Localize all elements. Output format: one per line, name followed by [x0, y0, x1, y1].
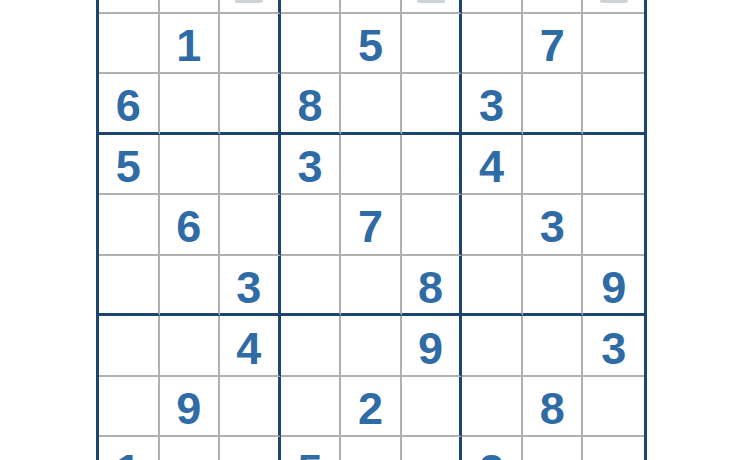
cell-r6c5[interactable]: [341, 256, 402, 317]
cell-r4c1[interactable]: 5: [99, 135, 160, 196]
cell-r7c9[interactable]: 3: [583, 316, 644, 377]
cell-r8c9[interactable]: [583, 377, 644, 438]
given-digit: 2: [479, 443, 504, 460]
cell-r7c8[interactable]: [523, 316, 584, 377]
cell-r9c7[interactable]: 2: [462, 437, 523, 460]
cell-r3c8[interactable]: [523, 74, 584, 135]
cell-r1c9[interactable]: [583, 0, 644, 14]
cell-r8c1[interactable]: [99, 377, 160, 438]
cell-r7c7[interactable]: [462, 316, 523, 377]
cell-r7c3[interactable]: 4: [220, 316, 281, 377]
cell-r6c2[interactable]: [160, 256, 221, 317]
cell-r7c6[interactable]: 9: [402, 316, 463, 377]
cell-r5c3[interactable]: [220, 195, 281, 256]
cell-r9c9[interactable]: [583, 437, 644, 460]
cell-r8c3[interactable]: [220, 377, 281, 438]
cell-r5c2[interactable]: 6: [160, 195, 221, 256]
cell-r5c1[interactable]: [99, 195, 160, 256]
cell-r6c1[interactable]: [99, 256, 160, 317]
cropped-digit-remnant: [600, 0, 628, 3]
given-digit: 1: [116, 443, 141, 460]
given-digit: 8: [418, 260, 443, 310]
given-digit: 5: [297, 443, 322, 460]
cell-r4c9[interactable]: [583, 135, 644, 196]
cell-r8c8[interactable]: 8: [523, 377, 584, 438]
cell-r1c4[interactable]: [281, 0, 342, 14]
cell-r3c6[interactable]: [402, 74, 463, 135]
given-digit: 5: [358, 18, 383, 68]
cell-r2c7[interactable]: [462, 14, 523, 75]
cell-r2c6[interactable]: [402, 14, 463, 75]
cell-r8c7[interactable]: [462, 377, 523, 438]
cell-r6c6[interactable]: 8: [402, 256, 463, 317]
given-digit: 9: [601, 260, 626, 310]
cell-r7c4[interactable]: [281, 316, 342, 377]
cell-r3c9[interactable]: [583, 74, 644, 135]
cell-r3c7[interactable]: 3: [462, 74, 523, 135]
given-digit: 4: [236, 321, 261, 371]
given-digit: 3: [601, 321, 626, 371]
cell-r4c2[interactable]: [160, 135, 221, 196]
given-digit: 8: [297, 78, 322, 128]
given-digit: 8: [540, 381, 565, 431]
cell-r9c8[interactable]: [523, 437, 584, 460]
sudoku-board: 157683534673389493928152: [96, 0, 647, 460]
cell-r6c3[interactable]: 3: [220, 256, 281, 317]
cell-r5c6[interactable]: [402, 195, 463, 256]
cell-r3c1[interactable]: 6: [99, 74, 160, 135]
cell-r4c8[interactable]: [523, 135, 584, 196]
given-digit: 9: [418, 321, 443, 371]
cell-r1c8[interactable]: [523, 0, 584, 14]
cell-r9c6[interactable]: [402, 437, 463, 460]
given-digit: 7: [358, 199, 383, 249]
cell-r2c4[interactable]: [281, 14, 342, 75]
cell-r2c9[interactable]: [583, 14, 644, 75]
cell-r1c3[interactable]: [220, 0, 281, 14]
given-digit: 2: [358, 381, 383, 431]
cropped-digit-remnant: [417, 0, 445, 3]
cell-r9c5[interactable]: [341, 437, 402, 460]
cell-r4c7[interactable]: 4: [462, 135, 523, 196]
cell-r5c5[interactable]: 7: [341, 195, 402, 256]
cell-r1c2[interactable]: [160, 0, 221, 14]
given-digit: 6: [176, 199, 201, 249]
cell-r1c7[interactable]: [462, 0, 523, 14]
page: 157683534673389493928152: [0, 0, 736, 460]
given-digit: 1: [176, 18, 201, 68]
cell-r9c2[interactable]: [160, 437, 221, 460]
given-digit: 6: [116, 78, 141, 128]
cell-r2c1[interactable]: [99, 14, 160, 75]
cell-r7c5[interactable]: [341, 316, 402, 377]
cell-r2c3[interactable]: [220, 14, 281, 75]
cell-r7c2[interactable]: [160, 316, 221, 377]
cell-r5c8[interactable]: 3: [523, 195, 584, 256]
given-digit: 3: [479, 78, 504, 128]
given-digit: 3: [236, 260, 261, 310]
given-digit: 9: [176, 381, 201, 431]
cell-r9c3[interactable]: [220, 437, 281, 460]
cell-r4c4[interactable]: 3: [281, 135, 342, 196]
cell-r6c8[interactable]: [523, 256, 584, 317]
cell-r2c2[interactable]: 1: [160, 14, 221, 75]
given-digit: 4: [479, 139, 504, 189]
cell-r1c6[interactable]: [402, 0, 463, 14]
given-digit: 3: [540, 199, 565, 249]
cell-r4c3[interactable]: [220, 135, 281, 196]
cell-r8c6[interactable]: [402, 377, 463, 438]
cell-r3c4[interactable]: 8: [281, 74, 342, 135]
given-digit: 5: [116, 139, 141, 189]
cell-r6c7[interactable]: [462, 256, 523, 317]
cell-r5c9[interactable]: [583, 195, 644, 256]
cell-r9c4[interactable]: 5: [281, 437, 342, 460]
cell-r4c6[interactable]: [402, 135, 463, 196]
given-digit: 7: [540, 18, 565, 68]
cell-r2c5[interactable]: 5: [341, 14, 402, 75]
cell-r3c3[interactable]: [220, 74, 281, 135]
cell-r9c1[interactable]: 1: [99, 437, 160, 460]
cell-r3c2[interactable]: [160, 74, 221, 135]
cell-r1c5[interactable]: [341, 0, 402, 14]
cell-r3c5[interactable]: [341, 74, 402, 135]
given-digit: 3: [297, 139, 322, 189]
cropped-digit-remnant: [235, 0, 263, 3]
cell-r4c5[interactable]: [341, 135, 402, 196]
cell-r5c7[interactable]: [462, 195, 523, 256]
cell-r8c2[interactable]: 9: [160, 377, 221, 438]
cell-r5c4[interactable]: [281, 195, 342, 256]
cell-r7c1[interactable]: [99, 316, 160, 377]
cell-r1c1[interactable]: [99, 0, 160, 14]
cell-r6c9[interactable]: 9: [583, 256, 644, 317]
cell-r8c5[interactable]: 2: [341, 377, 402, 438]
cell-r8c4[interactable]: [281, 377, 342, 438]
cell-r2c8[interactable]: 7: [523, 14, 584, 75]
cell-r6c4[interactable]: [281, 256, 342, 317]
